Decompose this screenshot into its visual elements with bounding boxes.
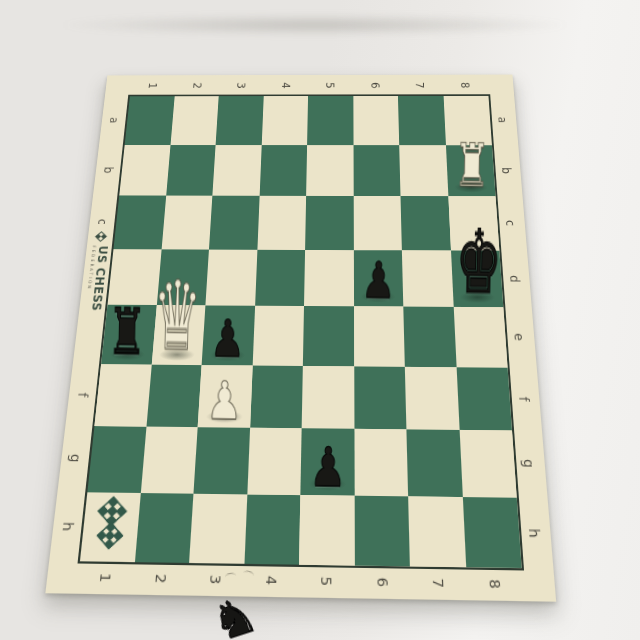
square-h3[interactable] bbox=[189, 493, 247, 564]
square-g2[interactable] bbox=[140, 427, 197, 494]
square-d6[interactable]: ♟ bbox=[353, 250, 403, 307]
square-g7[interactable] bbox=[406, 429, 462, 496]
table-scene: 12345678 12345678 abcfgh abcdefgh US CHE… bbox=[0, 0, 640, 640]
square-c6[interactable] bbox=[353, 196, 402, 250]
square-h6[interactable] bbox=[354, 495, 410, 566]
square-b7[interactable] bbox=[399, 145, 448, 196]
square-b4[interactable] bbox=[259, 145, 307, 196]
rank-labels-top: 12345678 bbox=[130, 75, 489, 97]
square-d3[interactable] bbox=[205, 249, 257, 306]
square-e1[interactable]: ♜ bbox=[101, 305, 156, 364]
coord-label-7: 7 bbox=[407, 67, 434, 104]
square-f1[interactable] bbox=[94, 364, 151, 427]
square-b5[interactable] bbox=[306, 145, 353, 196]
square-f6[interactable] bbox=[354, 366, 407, 429]
square-h5[interactable] bbox=[299, 495, 354, 566]
square-g3[interactable] bbox=[193, 427, 249, 494]
square-b2[interactable] bbox=[166, 145, 216, 196]
coord-label-b: b bbox=[79, 158, 139, 181]
chess-board: 12345678 12345678 abcfgh abcdefgh US CHE… bbox=[45, 75, 556, 602]
square-c7[interactable] bbox=[400, 196, 450, 250]
square-h4[interactable] bbox=[244, 494, 300, 565]
square-h1[interactable] bbox=[80, 492, 140, 562]
coord-label-a: a bbox=[85, 109, 144, 131]
rank-labels-bottom: 12345678 bbox=[76, 561, 524, 601]
us-chess-diamond-icon bbox=[95, 231, 109, 242]
square-f4[interactable] bbox=[250, 365, 303, 428]
square-b3[interactable] bbox=[212, 145, 261, 196]
square-f7[interactable] bbox=[405, 366, 459, 430]
square-h2[interactable] bbox=[134, 492, 193, 563]
square-g5[interactable]: ♟ bbox=[300, 428, 354, 495]
coord-label-b: b bbox=[477, 159, 538, 182]
square-h8[interactable] bbox=[462, 497, 521, 568]
coord-label-1: 1 bbox=[139, 67, 168, 104]
square-d7[interactable] bbox=[402, 250, 453, 307]
square-c5[interactable] bbox=[305, 196, 353, 250]
piece-black-rook-e1[interactable]: ♜ bbox=[107, 299, 147, 363]
square-d8[interactable]: ♚ bbox=[451, 250, 504, 307]
square-e4[interactable] bbox=[252, 306, 304, 366]
piece-white-pawn-f3[interactable]: ♟ bbox=[206, 373, 243, 426]
square-e3[interactable]: ♟ bbox=[202, 305, 255, 365]
square-d4[interactable] bbox=[255, 249, 305, 306]
square-e5[interactable] bbox=[303, 306, 354, 366]
square-d5[interactable] bbox=[304, 250, 354, 307]
square-g6[interactable] bbox=[354, 429, 408, 496]
square-e7[interactable] bbox=[403, 307, 456, 367]
square-g1[interactable] bbox=[87, 426, 146, 492]
coord-label-8: 8 bbox=[451, 67, 479, 105]
piece-black-pawn-d6[interactable]: ♟ bbox=[361, 255, 396, 306]
square-e8[interactable] bbox=[453, 307, 507, 367]
square-c3[interactable] bbox=[209, 196, 259, 250]
coord-label-6: 6 bbox=[362, 67, 388, 104]
square-f2[interactable] bbox=[146, 364, 202, 427]
coord-label-2: 2 bbox=[183, 67, 211, 104]
square-f3[interactable]: ♟ bbox=[198, 365, 252, 428]
square-g4[interactable] bbox=[247, 428, 302, 495]
square-e2[interactable]: ♛ bbox=[151, 305, 205, 365]
coord-label-4: 4 bbox=[273, 67, 299, 104]
piece-black-king-d8[interactable]: ♚ bbox=[455, 218, 503, 306]
coord-label-5: 5 bbox=[318, 67, 344, 104]
square-f8[interactable] bbox=[456, 367, 512, 431]
us-chess-logo-on-h1 bbox=[83, 495, 137, 558]
square-f5[interactable] bbox=[302, 365, 354, 428]
piece-black-pawn-g5[interactable]: ♟ bbox=[309, 439, 347, 494]
piece-black-pawn-e3[interactable]: ♟ bbox=[209, 312, 245, 364]
square-g8[interactable] bbox=[459, 430, 517, 497]
coord-label-3: 3 bbox=[228, 67, 255, 104]
piece-white-queen-e2[interactable]: ♛ bbox=[152, 268, 202, 364]
coord-label-a: a bbox=[473, 109, 533, 131]
square-e6[interactable] bbox=[354, 306, 405, 366]
square-c4[interactable] bbox=[257, 196, 306, 250]
square-b6[interactable] bbox=[353, 145, 400, 196]
square-h7[interactable] bbox=[408, 496, 466, 567]
square-c2[interactable] bbox=[161, 196, 212, 250]
vinyl-wrinkle-shadow bbox=[55, 14, 575, 36]
board-grid: ♜♟♚♜♛♟♟♟ bbox=[80, 96, 522, 568]
